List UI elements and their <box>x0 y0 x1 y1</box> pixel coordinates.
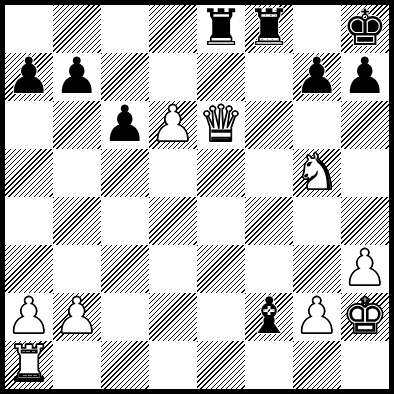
square-h7[interactable]: ♟ <box>341 53 389 101</box>
square-a6[interactable] <box>5 101 53 149</box>
square-f5[interactable] <box>245 149 293 197</box>
square-c3[interactable] <box>101 245 149 293</box>
square-h2[interactable]: ♚ <box>341 293 389 341</box>
square-g3[interactable] <box>293 245 341 293</box>
white-pawn[interactable]: ♟ <box>55 292 100 340</box>
square-g5[interactable]: ♞ <box>293 149 341 197</box>
square-b2[interactable]: ♟ <box>53 293 101 341</box>
square-f2[interactable]: ♝ <box>245 293 293 341</box>
black-pawn[interactable]: ♟ <box>343 52 388 100</box>
square-h1[interactable] <box>341 341 389 389</box>
black-pawn[interactable]: ♟ <box>103 100 148 148</box>
square-d4[interactable] <box>149 197 197 245</box>
black-pawn[interactable]: ♟ <box>55 52 100 100</box>
black-bishop[interactable]: ♝ <box>247 292 292 340</box>
square-b5[interactable] <box>53 149 101 197</box>
square-g8[interactable] <box>293 5 341 53</box>
square-d7[interactable] <box>149 53 197 101</box>
square-g4[interactable] <box>293 197 341 245</box>
square-b6[interactable] <box>53 101 101 149</box>
square-h3[interactable]: ♟ <box>341 245 389 293</box>
square-f4[interactable] <box>245 197 293 245</box>
square-b3[interactable] <box>53 245 101 293</box>
square-a7[interactable]: ♟ <box>5 53 53 101</box>
square-d8[interactable] <box>149 5 197 53</box>
black-king[interactable]: ♚ <box>343 4 388 52</box>
board-border: ♜♜♚♟♟♟♟♟♟♛♞♟♟♟♝♟♚♜ <box>0 0 394 394</box>
square-e6[interactable]: ♛ <box>197 101 245 149</box>
square-a5[interactable] <box>5 149 53 197</box>
square-e1[interactable] <box>197 341 245 389</box>
chess-diagram: ♜♜♚♟♟♟♟♟♟♛♞♟♟♟♝♟♚♜ <box>0 0 394 394</box>
square-h8[interactable]: ♚ <box>341 5 389 53</box>
square-f3[interactable] <box>245 245 293 293</box>
black-pawn[interactable]: ♟ <box>7 52 52 100</box>
white-rook[interactable]: ♜ <box>7 340 52 388</box>
square-a3[interactable] <box>5 245 53 293</box>
square-e7[interactable] <box>197 53 245 101</box>
white-pawn[interactable]: ♟ <box>7 292 52 340</box>
square-h6[interactable] <box>341 101 389 149</box>
square-h5[interactable] <box>341 149 389 197</box>
square-h4[interactable] <box>341 197 389 245</box>
square-e8[interactable]: ♜ <box>197 5 245 53</box>
square-b7[interactable]: ♟ <box>53 53 101 101</box>
square-c5[interactable] <box>101 149 149 197</box>
square-f1[interactable] <box>245 341 293 389</box>
square-e5[interactable] <box>197 149 245 197</box>
white-pawn[interactable]: ♟ <box>295 292 340 340</box>
square-g7[interactable]: ♟ <box>293 53 341 101</box>
square-c6[interactable]: ♟ <box>101 101 149 149</box>
square-c7[interactable] <box>101 53 149 101</box>
square-d2[interactable] <box>149 293 197 341</box>
square-g2[interactable]: ♟ <box>293 293 341 341</box>
square-e4[interactable] <box>197 197 245 245</box>
square-g1[interactable] <box>293 341 341 389</box>
square-b1[interactable] <box>53 341 101 389</box>
square-d1[interactable] <box>149 341 197 389</box>
square-b4[interactable] <box>53 197 101 245</box>
white-knight[interactable]: ♞ <box>295 148 340 196</box>
black-rook[interactable]: ♜ <box>247 4 292 52</box>
square-a2[interactable]: ♟ <box>5 293 53 341</box>
square-d5[interactable] <box>149 149 197 197</box>
square-c2[interactable] <box>101 293 149 341</box>
square-d3[interactable] <box>149 245 197 293</box>
square-b8[interactable] <box>53 5 101 53</box>
square-c1[interactable] <box>101 341 149 389</box>
square-g6[interactable] <box>293 101 341 149</box>
square-e2[interactable] <box>197 293 245 341</box>
white-pawn[interactable]: ♟ <box>343 244 388 292</box>
square-d6[interactable]: ♟ <box>149 101 197 149</box>
square-a8[interactable] <box>5 5 53 53</box>
square-c8[interactable] <box>101 5 149 53</box>
square-e3[interactable] <box>197 245 245 293</box>
square-c4[interactable] <box>101 197 149 245</box>
black-rook[interactable]: ♜ <box>199 4 244 52</box>
white-king[interactable]: ♚ <box>343 292 388 340</box>
chess-board[interactable]: ♜♜♚♟♟♟♟♟♟♛♞♟♟♟♝♟♚♜ <box>5 5 389 389</box>
white-pawn[interactable]: ♟ <box>151 100 196 148</box>
square-f7[interactable] <box>245 53 293 101</box>
square-f6[interactable] <box>245 101 293 149</box>
square-a4[interactable] <box>5 197 53 245</box>
black-pawn[interactable]: ♟ <box>295 52 340 100</box>
square-a1[interactable]: ♜ <box>5 341 53 389</box>
white-queen[interactable]: ♛ <box>199 100 244 148</box>
square-f8[interactable]: ♜ <box>245 5 293 53</box>
